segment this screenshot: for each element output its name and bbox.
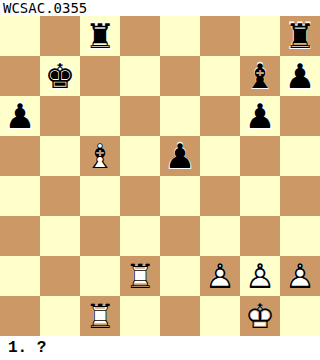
square-b6[interactable] [40, 96, 80, 136]
square-c6[interactable] [80, 96, 120, 136]
black-king-halo: ♚ [38, 54, 82, 98]
black-pawn-halo: ♟ [278, 54, 320, 98]
move-prompt: 1. ? [8, 336, 46, 360]
square-g2[interactable]: ♟♙ [240, 256, 280, 296]
square-d1[interactable] [120, 296, 160, 336]
square-e6[interactable] [160, 96, 200, 136]
square-g8[interactable] [240, 16, 280, 56]
square-e2[interactable] [160, 256, 200, 296]
black-rook-halo: ♜ [78, 14, 122, 58]
square-g6[interactable]: ♟♟ [240, 96, 280, 136]
white-rook-fill: ♜ [120, 256, 160, 296]
chess-board: ♜♜♜♜♚♚♝♝♟♟♟♟♟♟♝♗♟♟♜♖♟♙♟♙♟♙♜♖♚♔ [0, 16, 320, 336]
square-g7[interactable]: ♝♝ [240, 56, 280, 96]
square-h4[interactable] [280, 176, 320, 216]
title-bar: WCSAC.0355 [0, 0, 320, 16]
square-a7[interactable] [0, 56, 40, 96]
square-f4[interactable] [200, 176, 240, 216]
square-h3[interactable] [280, 216, 320, 256]
square-a1[interactable] [0, 296, 40, 336]
square-g5[interactable] [240, 136, 280, 176]
white-king-fill: ♚ [240, 296, 280, 336]
square-d5[interactable] [120, 136, 160, 176]
square-c7[interactable] [80, 56, 120, 96]
puzzle-title: WCSAC.0355 [3, 0, 87, 16]
square-c5[interactable]: ♝♗ [80, 136, 120, 176]
square-f2[interactable]: ♟♙ [200, 256, 240, 296]
square-c8[interactable]: ♜♜ [80, 16, 120, 56]
square-b3[interactable] [40, 216, 80, 256]
square-e5[interactable]: ♟♟ [160, 136, 200, 176]
status-bar: 1. ? [0, 336, 320, 360]
square-h1[interactable] [280, 296, 320, 336]
square-e4[interactable] [160, 176, 200, 216]
black-pawn-halo: ♟ [158, 134, 202, 178]
black-rook[interactable]: ♜ [80, 16, 120, 56]
white-pawn-fill: ♟ [240, 256, 280, 296]
square-c3[interactable] [80, 216, 120, 256]
white-pawn[interactable]: ♙ [240, 256, 280, 296]
square-b2[interactable] [40, 256, 80, 296]
square-h7[interactable]: ♟♟ [280, 56, 320, 96]
square-g3[interactable] [240, 216, 280, 256]
square-h6[interactable] [280, 96, 320, 136]
square-d6[interactable] [120, 96, 160, 136]
square-d7[interactable] [120, 56, 160, 96]
black-pawn-halo: ♟ [238, 94, 282, 138]
black-pawn[interactable]: ♟ [280, 56, 320, 96]
square-f1[interactable] [200, 296, 240, 336]
square-a4[interactable] [0, 176, 40, 216]
square-d2[interactable]: ♜♖ [120, 256, 160, 296]
black-pawn-halo: ♟ [0, 94, 42, 138]
white-bishop[interactable]: ♗ [80, 136, 120, 176]
black-bishop[interactable]: ♝ [240, 56, 280, 96]
white-king[interactable]: ♔ [240, 296, 280, 336]
square-c2[interactable] [80, 256, 120, 296]
square-b7[interactable]: ♚♚ [40, 56, 80, 96]
square-b8[interactable] [40, 16, 80, 56]
black-king[interactable]: ♚ [40, 56, 80, 96]
white-rook[interactable]: ♖ [120, 256, 160, 296]
square-e1[interactable] [160, 296, 200, 336]
white-bishop-fill: ♝ [80, 136, 120, 176]
black-pawn[interactable]: ♟ [0, 96, 40, 136]
black-pawn[interactable]: ♟ [160, 136, 200, 176]
square-e3[interactable] [160, 216, 200, 256]
square-g4[interactable] [240, 176, 280, 216]
square-a8[interactable] [0, 16, 40, 56]
square-c4[interactable] [80, 176, 120, 216]
white-pawn[interactable]: ♙ [280, 256, 320, 296]
square-c1[interactable]: ♜♖ [80, 296, 120, 336]
white-pawn-fill: ♟ [200, 256, 240, 296]
square-b1[interactable] [40, 296, 80, 336]
square-e8[interactable] [160, 16, 200, 56]
square-a6[interactable]: ♟♟ [0, 96, 40, 136]
white-pawn[interactable]: ♙ [200, 256, 240, 296]
black-rook[interactable]: ♜ [280, 16, 320, 56]
square-f7[interactable] [200, 56, 240, 96]
black-rook-halo: ♜ [278, 14, 320, 58]
square-h8[interactable]: ♜♜ [280, 16, 320, 56]
square-h2[interactable]: ♟♙ [280, 256, 320, 296]
square-f6[interactable] [200, 96, 240, 136]
square-f5[interactable] [200, 136, 240, 176]
black-bishop-halo: ♝ [238, 54, 282, 98]
square-a5[interactable] [0, 136, 40, 176]
white-rook[interactable]: ♖ [80, 296, 120, 336]
white-pawn-fill: ♟ [280, 256, 320, 296]
square-e7[interactable] [160, 56, 200, 96]
square-f8[interactable] [200, 16, 240, 56]
square-d3[interactable] [120, 216, 160, 256]
white-rook-fill: ♜ [80, 296, 120, 336]
square-h5[interactable] [280, 136, 320, 176]
square-g1[interactable]: ♚♔ [240, 296, 280, 336]
square-f3[interactable] [200, 216, 240, 256]
square-b5[interactable] [40, 136, 80, 176]
square-d8[interactable] [120, 16, 160, 56]
square-a3[interactable] [0, 216, 40, 256]
square-d4[interactable] [120, 176, 160, 216]
square-b4[interactable] [40, 176, 80, 216]
chess-puzzle-window: WCSAC.0355 ♜♜♜♜♚♚♝♝♟♟♟♟♟♟♝♗♟♟♜♖♟♙♟♙♟♙♜♖♚… [0, 0, 320, 360]
square-a2[interactable] [0, 256, 40, 296]
black-pawn[interactable]: ♟ [240, 96, 280, 136]
